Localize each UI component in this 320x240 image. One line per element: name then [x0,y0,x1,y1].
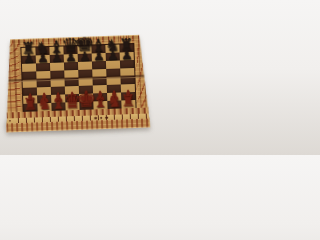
black-pawn: ♟ [65,50,77,63]
chess-board: ♜♞♝♛♚♝♞♜♟♟♟♟♟♟♟♟♟♟♟♟♟♟♟♟♜♞♝♛♚♝♞♜ [3,35,150,133]
square-b7: ♟ [36,55,50,63]
square-f8: ♝ [91,45,105,53]
black-pawn: ♟ [79,50,91,63]
square-e7: ♟ [78,53,92,61]
square-d8: ♛ [63,46,77,54]
square-c7: ♟ [50,54,64,62]
square-h5 [120,68,134,76]
square-h1: ♜ [121,100,135,108]
red-pawn: ♟ [94,89,106,102]
black-pawn: ♟ [51,50,63,63]
square-f4 [92,77,106,85]
square-g4 [106,76,120,84]
red-pawn: ♟ [66,90,78,103]
square-b5 [36,71,50,79]
black-king: ♚ [74,32,94,55]
red-pawn: ♟ [52,90,64,103]
square-a8: ♜ [21,47,35,55]
square-h6 [120,60,134,68]
square-f6 [92,61,106,69]
red-bishop: ♝ [50,94,66,112]
square-f7: ♟ [92,53,106,61]
square-d6 [64,62,78,70]
red-knight: ♞ [37,96,52,112]
square-b6 [36,63,50,71]
black-rook: ♜ [21,40,36,56]
square-g5 [106,68,120,76]
square-h7: ♟ [120,52,134,60]
clasp-dots [94,116,108,119]
square-c5 [50,70,64,78]
chess-set-photo: ♜♞♝♛♚♝♞♜♟♟♟♟♟♟♟♟♟♟♟♟♟♟♟♟♜♞♝♛♚♝♞♜ [0,0,155,155]
black-bishop: ♝ [48,38,64,56]
red-pawn: ♟ [108,89,120,102]
black-rook: ♜ [119,37,134,53]
square-a1: ♜ [23,103,37,111]
red-pawn: ♟ [38,91,50,104]
square-g8: ♞ [105,44,119,52]
black-knight: ♞ [105,37,120,53]
square-h8: ♜ [119,44,133,52]
square-f5 [92,69,106,77]
red-pawn: ♟ [24,91,36,104]
square-d2: ♟ [65,94,79,102]
square-h4 [120,76,134,84]
black-queen: ♛ [61,35,80,56]
square-d1: ♛ [65,102,79,110]
square-a2: ♟ [23,95,37,103]
black-pawn: ♟ [107,49,119,62]
red-rook: ♜ [121,93,136,109]
square-h2: ♟ [121,92,135,100]
square-c1: ♝ [51,102,65,110]
square-e4 [78,77,92,85]
square-a4 [23,79,37,87]
black-pawn: ♟ [37,51,49,64]
square-f1: ♝ [93,101,107,109]
front-carving-upper [6,107,150,118]
black-knight: ♞ [35,40,50,56]
red-pawn: ♟ [80,89,92,102]
black-pawn: ♟ [93,49,105,62]
red-king: ♚ [76,88,96,111]
square-h3 [121,84,135,92]
square-b1: ♞ [37,103,51,111]
square-g7: ♟ [106,52,120,60]
square-g6 [106,60,120,68]
square-b2: ♟ [37,95,51,103]
square-g1: ♞ [107,100,121,108]
square-b3 [37,87,51,95]
square-c4 [50,78,64,86]
front-light-strip [6,113,150,123]
square-a3 [23,87,37,95]
hinge-fold-line [4,74,148,82]
square-e6 [78,61,92,69]
board-grid: ♜♞♝♛♚♝♞♜♟♟♟♟♟♟♟♟♟♟♟♟♟♟♟♟♜♞♝♛♚♝♞♜ [21,44,135,112]
black-pawn: ♟ [121,48,133,61]
square-c8: ♝ [49,46,63,54]
red-rook: ♜ [23,96,38,112]
square-e5 [78,69,92,77]
square-d5 [64,70,78,78]
red-queen: ♛ [63,91,82,112]
red-pawn: ♟ [122,88,134,101]
carved-board-frame: ♜♞♝♛♚♝♞♜♟♟♟♟♟♟♟♟♟♟♟♟♟♟♟♟♜♞♝♛♚♝♞♜ [3,35,150,133]
square-d3 [65,86,79,94]
square-c3 [51,86,65,94]
square-b8: ♞ [35,47,49,55]
square-a6 [22,63,36,71]
square-g2: ♟ [107,92,121,100]
square-d7: ♟ [64,54,78,62]
black-pawn: ♟ [23,51,35,64]
square-f3 [93,85,107,93]
square-e3 [79,85,93,93]
square-a5 [22,71,36,79]
square-d4 [64,78,78,86]
square-c6 [50,62,64,70]
square-g3 [107,84,121,92]
red-bishop: ♝ [92,93,108,111]
square-e1: ♚ [79,101,93,109]
square-a7: ♟ [22,55,36,63]
square-f2: ♟ [93,93,107,101]
square-e2: ♟ [79,93,93,101]
square-e8: ♚ [77,45,91,53]
square-b4 [37,79,51,87]
square-c2: ♟ [51,94,65,102]
red-knight: ♞ [107,93,122,109]
black-bishop: ♝ [90,37,106,55]
